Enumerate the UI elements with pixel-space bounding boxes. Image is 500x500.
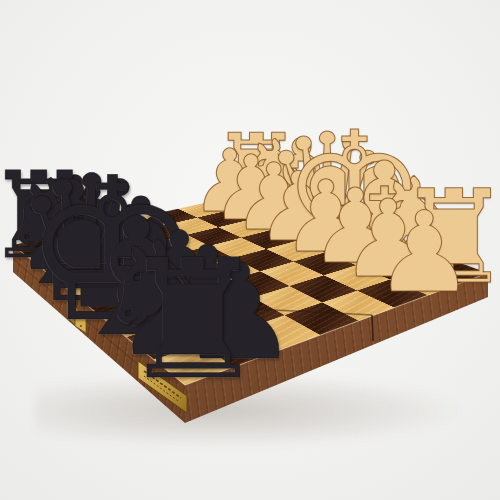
piece-contact-shadow xyxy=(313,222,397,246)
piece-white-pawn: ♟ xyxy=(335,186,442,293)
piece-contact-shadow xyxy=(205,337,274,357)
piece-black-bishop: ♝ xyxy=(55,196,219,360)
piece-black-pawn: ♟ xyxy=(41,173,142,274)
piece-black-rook: ♜ xyxy=(0,156,99,276)
piece-contact-shadow xyxy=(50,231,101,246)
piece-contact-shadow xyxy=(271,205,333,223)
piece-contact-shadow xyxy=(274,224,324,238)
piece-contact-shadow xyxy=(395,273,453,290)
piece-contact-shadow xyxy=(83,254,138,270)
piece-black-pawn: ♟ xyxy=(77,192,187,302)
piece-black-rook: ♜ xyxy=(111,238,276,403)
piece-white-pawn: ♟ xyxy=(228,151,320,243)
piece-black-bishop: ♝ xyxy=(1,163,144,306)
piece-contact-shadow xyxy=(300,235,352,250)
piece-white-rook: ♜ xyxy=(390,173,500,302)
piece-contact-shadow xyxy=(175,317,241,336)
piece-black-pawn: ♟ xyxy=(26,164,124,262)
piece-black-queen: ♛ xyxy=(4,153,179,328)
piece-white-bishop: ♝ xyxy=(319,145,451,277)
piece-contact-shadow xyxy=(421,261,488,280)
piece-contact-shadow xyxy=(103,267,160,284)
piece-contact-shadow xyxy=(94,308,179,333)
piece-black-pawn: ♟ xyxy=(97,204,212,319)
piece-black-pawn: ♟ xyxy=(58,182,163,287)
piece-contact-shadow xyxy=(360,259,416,275)
piece-contact-shadow xyxy=(61,287,164,317)
piece-contact-shadow xyxy=(35,261,109,282)
piece-contact-shadow xyxy=(230,190,283,205)
piece-contact-shadow xyxy=(251,198,306,214)
piece-contact-shadow xyxy=(151,351,237,376)
product-photo: ♜♞♝♛♚♝♞♜♟♟♟♟♟♟♟♟♟♟♟♟♟♟♟♟♜♞♝♛♚♝♞♜ xyxy=(0,0,500,500)
piece-contact-shadow xyxy=(250,214,298,228)
piece-contact-shadow xyxy=(207,197,252,210)
piece-black-pawn: ♟ xyxy=(119,216,239,336)
piece-contact-shadow xyxy=(22,249,87,268)
piece-black-knight: ♞ xyxy=(84,221,242,379)
piece-contact-shadow xyxy=(290,213,365,235)
piece-black-pawn: ♟ xyxy=(145,230,271,356)
piece-white-pawn: ♟ xyxy=(187,138,274,225)
piece-white-king: ♚ xyxy=(274,111,436,273)
piece-black-pawn: ♟ xyxy=(173,246,306,379)
piece-white-queen: ♛ xyxy=(255,115,399,259)
piece-white-pawn: ♟ xyxy=(304,176,407,279)
piece-white-pawn: ♟ xyxy=(251,159,346,254)
piece-contact-shadow xyxy=(8,238,70,256)
piece-white-pawn: ♟ xyxy=(206,144,295,233)
piece-black-knight: ♞ xyxy=(0,163,118,289)
piece-contact-shadow xyxy=(329,246,383,261)
piece-white-knight: ♞ xyxy=(355,162,480,287)
piece-contact-shadow xyxy=(124,282,184,299)
piece-contact-shadow xyxy=(385,248,450,267)
piece-contact-shadow xyxy=(228,205,274,218)
piece-contact-shadow xyxy=(66,242,119,257)
piece-contact-shadow xyxy=(148,298,210,316)
piece-contact-shadow xyxy=(46,273,137,299)
piece-white-pawn: ♟ xyxy=(276,167,375,266)
piece-black-king: ♚ xyxy=(14,152,212,350)
piece-white-pawn: ♟ xyxy=(368,197,480,309)
pieces-layer: ♜♞♝♛♚♝♞♜♟♟♟♟♟♟♟♟♟♟♟♟♟♟♟♟♜♞♝♛♚♝♞♜ xyxy=(0,0,500,500)
piece-white-bishop: ♝ xyxy=(242,124,361,243)
piece-contact-shadow xyxy=(122,329,204,353)
piece-white-rook: ♜ xyxy=(206,121,307,222)
piece-contact-shadow xyxy=(350,235,419,255)
piece-white-knight: ♞ xyxy=(226,126,331,231)
